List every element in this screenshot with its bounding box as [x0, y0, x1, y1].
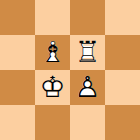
square-r0c0[interactable] — [0, 0, 35, 35]
white-rook-outline-glyph: ♖ — [70, 35, 105, 70]
square-r3c1[interactable] — [35, 105, 70, 140]
square-r2c1[interactable]: ♚♔ — [35, 70, 70, 105]
square-r3c2[interactable] — [70, 105, 105, 140]
square-r0c1[interactable] — [35, 0, 70, 35]
square-r2c3[interactable] — [105, 70, 140, 105]
square-r3c3[interactable] — [105, 105, 140, 140]
square-r2c2[interactable]: ♟♙ — [70, 70, 105, 105]
white-bishop[interactable]: ♝♗ — [35, 35, 70, 70]
white-rook[interactable]: ♜♖ — [70, 35, 105, 70]
white-pawn[interactable]: ♟♙ — [70, 70, 105, 105]
chess-board: ♝♗♜♖♚♔♟♙ — [0, 0, 140, 140]
white-king-outline-glyph: ♔ — [35, 70, 70, 105]
square-r1c2[interactable]: ♜♖ — [70, 35, 105, 70]
square-r2c0[interactable] — [0, 70, 35, 105]
square-r3c0[interactable] — [0, 105, 35, 140]
square-r0c3[interactable] — [105, 0, 140, 35]
square-r0c2[interactable] — [70, 0, 105, 35]
square-r1c1[interactable]: ♝♗ — [35, 35, 70, 70]
white-king[interactable]: ♚♔ — [35, 70, 70, 105]
white-bishop-outline-glyph: ♗ — [35, 35, 70, 70]
square-r1c0[interactable] — [0, 35, 35, 70]
square-r1c3[interactable] — [105, 35, 140, 70]
white-pawn-outline-glyph: ♙ — [70, 70, 105, 105]
